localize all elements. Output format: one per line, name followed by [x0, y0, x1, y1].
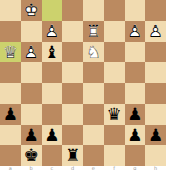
square-b7[interactable]: [21, 21, 42, 42]
square-e4[interactable]: [83, 83, 104, 104]
square-h3[interactable]: [145, 104, 166, 125]
square-f1[interactable]: [104, 145, 125, 166]
black-king: ♚: [21, 145, 42, 166]
file-label-b: b: [21, 166, 42, 170]
black-pawn: ♟: [145, 125, 166, 146]
white-pawn: ♟♙: [21, 42, 42, 63]
black-pawn: ♟: [42, 125, 63, 146]
square-c8[interactable]: [42, 0, 63, 21]
square-g1[interactable]: [125, 145, 146, 166]
square-g4[interactable]: [125, 83, 146, 104]
file-label-e: e: [83, 166, 104, 170]
square-g6[interactable]: [125, 42, 146, 63]
square-d8[interactable]: [62, 0, 83, 21]
square-c4[interactable]: [42, 83, 63, 104]
square-d4[interactable]: [62, 83, 83, 104]
white-queen: ♛♕: [0, 42, 21, 63]
file-label-a: a: [0, 166, 21, 170]
file-label-g: g: [125, 166, 146, 170]
white-king: ♚♔: [21, 0, 42, 21]
square-e6[interactable]: ♞♘: [83, 42, 104, 63]
black-bishop: ♝: [42, 42, 63, 63]
square-d7[interactable]: [62, 21, 83, 42]
square-b5[interactable]: [21, 62, 42, 83]
square-e5[interactable]: [83, 62, 104, 83]
black-pawn: ♟: [0, 104, 21, 125]
square-b4[interactable]: [21, 83, 42, 104]
square-g3[interactable]: ♟: [125, 104, 146, 125]
square-b1[interactable]: ♚: [21, 145, 42, 166]
square-b6[interactable]: ♟♙: [21, 42, 42, 63]
square-c5[interactable]: [42, 62, 63, 83]
file-label-c: c: [42, 166, 63, 170]
square-g7[interactable]: ♟♙: [125, 21, 146, 42]
square-f2[interactable]: [104, 125, 125, 146]
square-h6[interactable]: [145, 42, 166, 63]
square-e1[interactable]: [83, 145, 104, 166]
square-a2[interactable]: [0, 125, 21, 146]
square-b8[interactable]: ♚♔: [21, 0, 42, 21]
square-e3[interactable]: [83, 104, 104, 125]
square-h1[interactable]: [145, 145, 166, 166]
square-e2[interactable]: [83, 125, 104, 146]
chess-board: ♚♔♟♙♜♖♟♙♟♙♛♕♟♙♝♞♘♟♛♟♟♟♟♟♚♜: [0, 0, 166, 166]
black-queen: ♛: [104, 104, 125, 125]
square-a6[interactable]: ♛♕: [0, 42, 21, 63]
square-b3[interactable]: [21, 104, 42, 125]
square-c7[interactable]: ♟♙: [42, 21, 63, 42]
square-a5[interactable]: [0, 62, 21, 83]
square-f5[interactable]: [104, 62, 125, 83]
black-pawn: ♟: [21, 125, 42, 146]
black-pawn: ♟: [125, 125, 146, 146]
square-h4[interactable]: [145, 83, 166, 104]
square-h2[interactable]: ♟: [145, 125, 166, 146]
square-d1[interactable]: ♜: [62, 145, 83, 166]
square-c2[interactable]: ♟: [42, 125, 63, 146]
square-c3[interactable]: [42, 104, 63, 125]
square-f3[interactable]: ♛: [104, 104, 125, 125]
square-d3[interactable]: [62, 104, 83, 125]
square-c6[interactable]: ♝: [42, 42, 63, 63]
file-label-d: d: [62, 166, 83, 170]
square-c1[interactable]: [42, 145, 63, 166]
square-h5[interactable]: [145, 62, 166, 83]
square-h7[interactable]: ♟♙: [145, 21, 166, 42]
file-label-h: h: [145, 166, 166, 170]
file-label-f: f: [104, 166, 125, 170]
square-f7[interactable]: [104, 21, 125, 42]
square-d5[interactable]: [62, 62, 83, 83]
chess-diagram: { "game": "chess", "position": "1K6/2P1R…: [0, 0, 169, 170]
file-coordinates-strip: abcdefgh: [0, 166, 166, 170]
white-pawn: ♟♙: [145, 21, 166, 42]
white-knight: ♞♘: [83, 42, 104, 63]
white-rook: ♜♖: [83, 21, 104, 42]
square-a8[interactable]: [0, 0, 21, 21]
square-g5[interactable]: [125, 62, 146, 83]
square-f4[interactable]: [104, 83, 125, 104]
square-f6[interactable]: [104, 42, 125, 63]
black-pawn: ♟: [125, 104, 146, 125]
square-d6[interactable]: [62, 42, 83, 63]
square-a4[interactable]: [0, 83, 21, 104]
black-rook: ♜: [62, 145, 83, 166]
square-a7[interactable]: [0, 21, 21, 42]
square-g8[interactable]: [125, 0, 146, 21]
square-a3[interactable]: ♟: [0, 104, 21, 125]
white-pawn: ♟♙: [42, 21, 63, 42]
square-e8[interactable]: [83, 0, 104, 21]
square-b2[interactable]: ♟: [21, 125, 42, 146]
square-f8[interactable]: [104, 0, 125, 21]
square-h8[interactable]: [145, 0, 166, 21]
square-g2[interactable]: ♟: [125, 125, 146, 146]
square-e7[interactable]: ♜♖: [83, 21, 104, 42]
square-d2[interactable]: [62, 125, 83, 146]
square-a1[interactable]: [0, 145, 21, 166]
white-pawn: ♟♙: [125, 21, 146, 42]
